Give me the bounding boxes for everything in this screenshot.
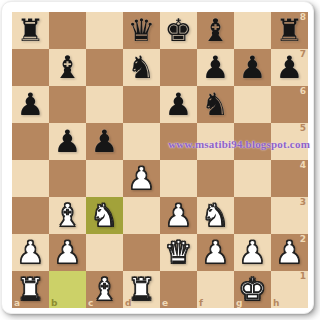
square-f1[interactable]: f — [197, 271, 234, 308]
file-label-a: a — [14, 298, 20, 308]
piece-black-pawn: ♟ — [160, 86, 197, 123]
rank-label-7: 7 — [300, 49, 306, 59]
square-a6[interactable]: ♟ — [12, 86, 49, 123]
piece-white-pawn: ♟ — [49, 234, 86, 271]
square-b2[interactable]: ♟ — [49, 234, 86, 271]
file-label-g: g — [236, 298, 242, 308]
file-label-f: f — [199, 298, 203, 308]
piece-white-knight: ♞ — [197, 197, 234, 234]
square-g6[interactable] — [234, 86, 271, 123]
square-e5[interactable] — [160, 123, 197, 160]
piece-black-queen: ♛ — [123, 12, 160, 49]
piece-black-pawn: ♟ — [12, 86, 49, 123]
square-b4[interactable] — [49, 160, 86, 197]
square-g5[interactable] — [234, 123, 271, 160]
piece-white-queen: ♛ — [160, 234, 197, 271]
square-c3[interactable]: ♞ — [86, 197, 123, 234]
file-label-d: d — [125, 298, 131, 308]
square-h6[interactable]: 6 — [271, 86, 308, 123]
square-a3[interactable] — [12, 197, 49, 234]
piece-black-pawn: ♟ — [86, 123, 123, 160]
file-label-h: h — [273, 298, 279, 308]
square-b3[interactable]: ♝ — [49, 197, 86, 234]
square-b8[interactable] — [49, 12, 86, 49]
square-c1[interactable]: ♝c — [86, 271, 123, 308]
square-b7[interactable]: ♝ — [49, 49, 86, 86]
piece-white-pawn: ♟ — [197, 234, 234, 271]
square-e3[interactable]: ♟ — [160, 197, 197, 234]
square-f4[interactable] — [197, 160, 234, 197]
square-g4[interactable] — [234, 160, 271, 197]
square-b1[interactable]: b — [49, 271, 86, 308]
file-label-e: e — [162, 298, 168, 308]
piece-black-knight: ♞ — [123, 49, 160, 86]
piece-white-pawn: ♟ — [160, 197, 197, 234]
square-e6[interactable]: ♟ — [160, 86, 197, 123]
square-c7[interactable] — [86, 49, 123, 86]
piece-white-knight: ♞ — [86, 197, 123, 234]
square-g8[interactable] — [234, 12, 271, 49]
square-e1[interactable]: e — [160, 271, 197, 308]
rank-label-1: 1 — [300, 271, 306, 281]
file-label-b: b — [51, 298, 57, 308]
square-a4[interactable] — [12, 160, 49, 197]
square-a7[interactable] — [12, 49, 49, 86]
square-c6[interactable] — [86, 86, 123, 123]
square-a8[interactable]: ♜ — [12, 12, 49, 49]
rank-label-3: 3 — [300, 197, 306, 207]
page: ♜♛♚♝♜8♝♞♟♟♟7♟♟♞6♟♟5♟4♝♞♟♞3♟♟♛♟♟♟2♜ab♝c♜d… — [0, 0, 320, 320]
square-f5[interactable] — [197, 123, 234, 160]
square-h5[interactable]: 5 — [271, 123, 308, 160]
square-e4[interactable] — [160, 160, 197, 197]
square-e2[interactable]: ♛ — [160, 234, 197, 271]
square-g7[interactable]: ♟ — [234, 49, 271, 86]
rank-label-8: 8 — [300, 12, 306, 22]
square-d7[interactable]: ♞ — [123, 49, 160, 86]
square-c4[interactable] — [86, 160, 123, 197]
chess-board: ♜♛♚♝♜8♝♞♟♟♟7♟♟♞6♟♟5♟4♝♞♟♞3♟♟♛♟♟♟2♜ab♝c♜d… — [12, 12, 308, 308]
square-b6[interactable] — [49, 86, 86, 123]
square-c8[interactable] — [86, 12, 123, 49]
piece-black-pawn: ♟ — [197, 49, 234, 86]
square-d5[interactable] — [123, 123, 160, 160]
square-d4[interactable]: ♟ — [123, 160, 160, 197]
piece-black-knight: ♞ — [197, 86, 234, 123]
square-h4[interactable]: 4 — [271, 160, 308, 197]
square-f2[interactable]: ♟ — [197, 234, 234, 271]
square-d3[interactable] — [123, 197, 160, 234]
square-c5[interactable]: ♟ — [86, 123, 123, 160]
square-h3[interactable]: 3 — [271, 197, 308, 234]
square-d8[interactable]: ♛ — [123, 12, 160, 49]
square-f3[interactable]: ♞ — [197, 197, 234, 234]
piece-black-rook: ♜ — [12, 12, 49, 49]
piece-black-pawn: ♟ — [49, 123, 86, 160]
rank-label-6: 6 — [300, 86, 306, 96]
square-h8[interactable]: ♜8 — [271, 12, 308, 49]
piece-black-pawn: ♟ — [234, 49, 271, 86]
piece-white-bishop: ♝ — [49, 197, 86, 234]
square-f6[interactable]: ♞ — [197, 86, 234, 123]
piece-white-pawn: ♟ — [123, 160, 160, 197]
piece-white-pawn: ♟ — [12, 234, 49, 271]
square-h7[interactable]: ♟7 — [271, 49, 308, 86]
square-a2[interactable]: ♟ — [12, 234, 49, 271]
file-label-c: c — [88, 298, 93, 308]
piece-white-pawn: ♟ — [234, 234, 271, 271]
square-h2[interactable]: ♟2 — [271, 234, 308, 271]
square-g2[interactable]: ♟ — [234, 234, 271, 271]
square-e7[interactable] — [160, 49, 197, 86]
piece-black-bishop: ♝ — [49, 49, 86, 86]
square-a1[interactable]: ♜a — [12, 271, 49, 308]
square-d6[interactable] — [123, 86, 160, 123]
square-g3[interactable] — [234, 197, 271, 234]
board-card: ♜♛♚♝♜8♝♞♟♟♟7♟♟♞6♟♟5♟4♝♞♟♞3♟♟♛♟♟♟2♜ab♝c♜d… — [1, 1, 314, 314]
rank-label-4: 4 — [300, 160, 306, 170]
rank-label-2: 2 — [300, 234, 306, 244]
square-a5[interactable] — [12, 123, 49, 160]
piece-black-king: ♚ — [160, 12, 197, 49]
square-e8[interactable]: ♚ — [160, 12, 197, 49]
square-f7[interactable]: ♟ — [197, 49, 234, 86]
square-c2[interactable] — [86, 234, 123, 271]
square-f8[interactable]: ♝ — [197, 12, 234, 49]
square-d2[interactable] — [123, 234, 160, 271]
square-h1[interactable]: h1 — [271, 271, 308, 308]
piece-black-bishop: ♝ — [197, 12, 234, 49]
square-b5[interactable]: ♟ — [49, 123, 86, 160]
square-d1[interactable]: ♜d — [123, 271, 160, 308]
rank-label-5: 5 — [300, 123, 306, 133]
square-g1[interactable]: ♚g — [234, 271, 271, 308]
